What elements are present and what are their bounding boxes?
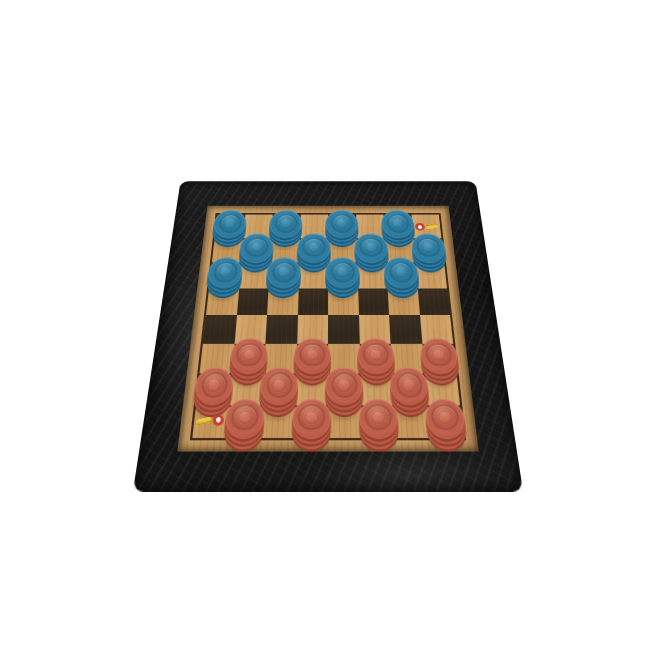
board-grid <box>190 213 466 440</box>
crayon-icon <box>196 416 212 425</box>
checker-piece-blue[interactable] <box>266 257 301 286</box>
square-r5c3[interactable] <box>265 315 297 343</box>
red-badge-icon <box>213 415 225 426</box>
checkers-board-frame <box>133 181 523 492</box>
red-badge-icon <box>415 223 425 231</box>
square-r5c7[interactable] <box>389 315 422 343</box>
checker-piece-red[interactable] <box>358 398 398 436</box>
brand-logo <box>196 415 226 428</box>
checker-piece-blue[interactable] <box>384 257 420 286</box>
checker-piece-red[interactable] <box>424 398 466 436</box>
checker-piece-blue[interactable] <box>326 257 360 286</box>
board-wood-margin <box>177 206 478 452</box>
square-r5c5[interactable] <box>328 315 359 343</box>
crayon-icon <box>425 224 439 230</box>
checker-piece-blue[interactable] <box>207 257 243 286</box>
piece-top-face <box>292 398 331 436</box>
photo-background <box>0 0 650 649</box>
brand-logo <box>414 222 439 231</box>
checker-piece-red[interactable] <box>292 398 331 436</box>
piece-top-face <box>326 257 360 286</box>
checker-piece-red[interactable] <box>224 398 265 436</box>
